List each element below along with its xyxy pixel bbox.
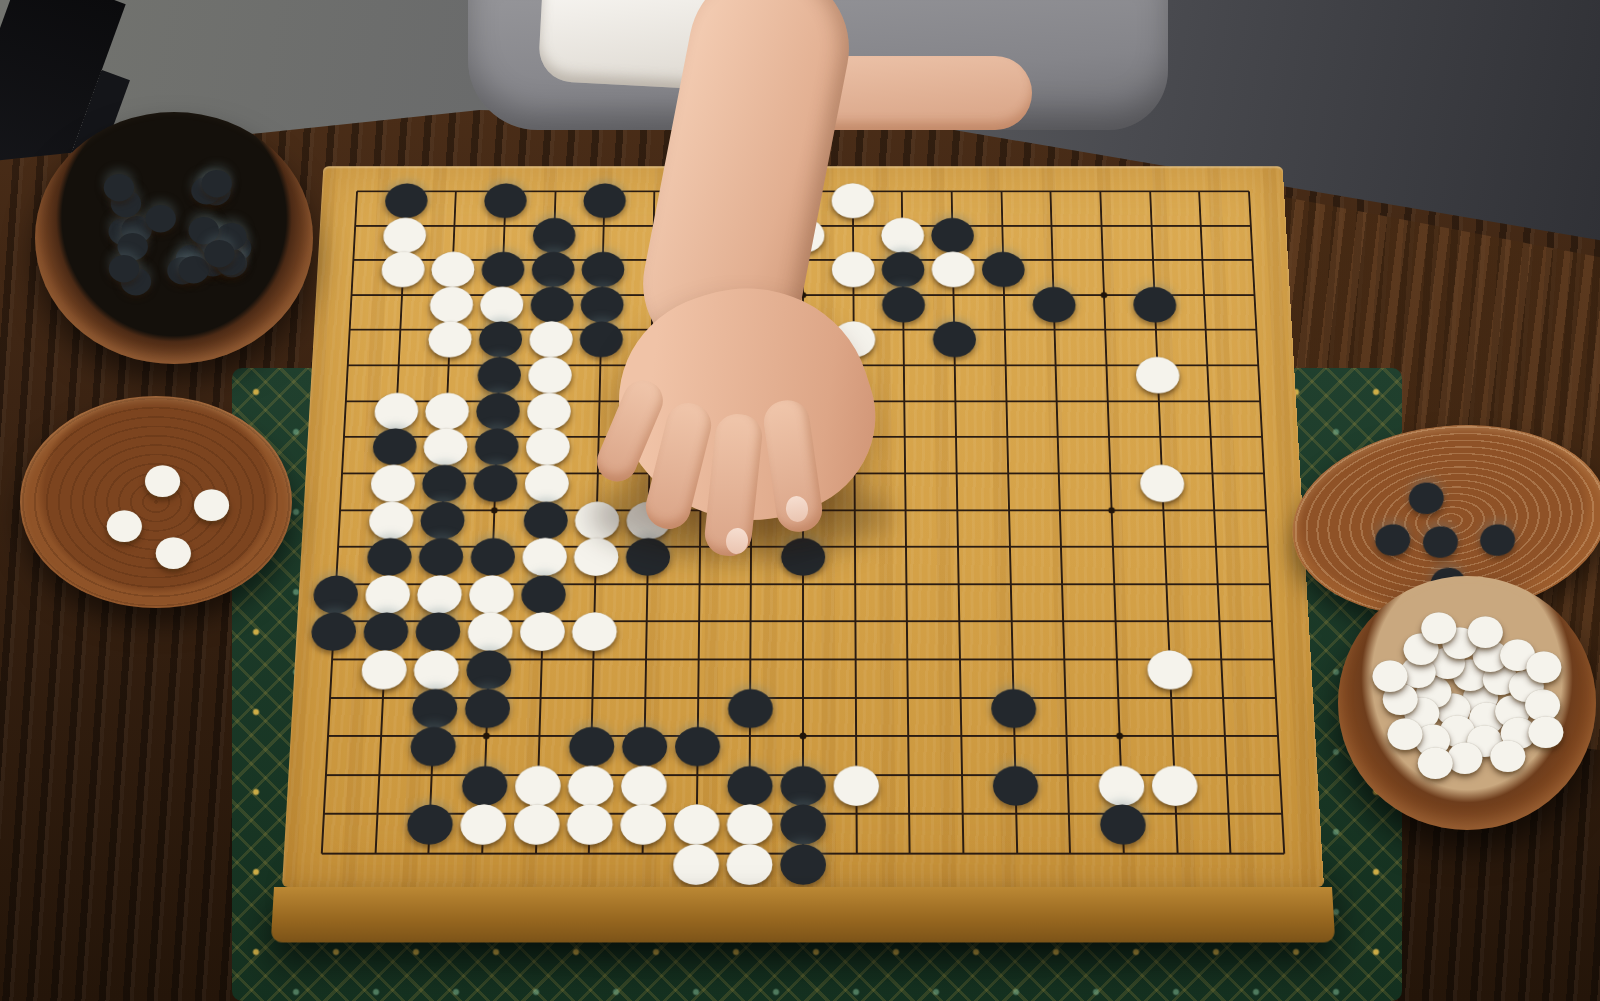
bowl-white-stone: ● — [1524, 643, 1562, 674]
black-stone-3-18: ● — [404, 794, 457, 834]
black-stone-6-16: ● — [566, 716, 618, 755]
white-stone-11-17: ● — [830, 755, 882, 795]
black-stone-6-5: ● — [577, 312, 627, 348]
black-stone-6-1: ● — [580, 174, 629, 209]
bowl-black-stone: ● — [202, 233, 236, 260]
lid-with-captured-white-stones: ●●●● — [20, 396, 292, 608]
star-point — [800, 733, 807, 740]
white-stone-2-9: ● — [367, 455, 418, 492]
bowl-white-stone: ● — [104, 502, 142, 533]
star-point — [491, 507, 498, 513]
white-bowl-stones: ●●●●●●●●●●●●●●●●●●●●●●●●●●●●●● — [1366, 601, 1567, 789]
black-stone-3-16: ● — [407, 716, 460, 755]
black-stone-16-18: ● — [1096, 794, 1149, 834]
black-stone-4-1: ● — [481, 174, 530, 209]
grid-line-v — [1198, 191, 1231, 853]
white-stone-5-13: ● — [517, 602, 569, 640]
white-stone-4-18: ● — [457, 794, 510, 834]
black-stone-2-1: ● — [382, 174, 432, 209]
bowl-black-stone: ● — [199, 162, 233, 189]
black-stone-3-9: ● — [419, 455, 470, 492]
black-stone-3-11: ● — [416, 528, 468, 566]
white-stone-3-14: ● — [411, 640, 463, 679]
black-stone-14-15: ● — [987, 678, 1039, 717]
black-stone-4-9: ● — [470, 455, 521, 492]
black-stone-17-4: ● — [1129, 277, 1179, 313]
white-stone-2-14: ● — [358, 640, 411, 679]
black-stone-10-19: ● — [777, 833, 829, 873]
star-point — [1108, 507, 1115, 513]
grid-line-v — [321, 191, 358, 853]
white-stone-11-1: ● — [828, 174, 876, 209]
white-stone-5-18: ● — [510, 794, 563, 834]
white-stone-17-9: ● — [1136, 455, 1187, 492]
white-stone-17-17: ● — [1148, 755, 1201, 795]
black-stone-8-16: ● — [672, 716, 724, 755]
bowl-black-stone: ● — [107, 248, 141, 275]
black-bowl-stones: ●●●●●●●●●●●●●●●●●●●●●●●● — [74, 147, 274, 318]
bowl-black-stone: ● — [1404, 472, 1445, 506]
bowl-black-stone: ● — [1418, 516, 1459, 550]
white-stone-11-3: ● — [829, 242, 878, 277]
black-stone-12-4: ● — [879, 277, 928, 313]
white-stone-3-5: ● — [425, 312, 475, 348]
white-stone-13-3: ● — [928, 242, 977, 277]
white-stone-17-14: ● — [1143, 640, 1195, 679]
black-stone-13-5: ● — [929, 312, 978, 348]
bowl-black-stone: ● — [1370, 514, 1411, 548]
black-stone-14-17: ● — [989, 755, 1041, 795]
star-point — [1116, 733, 1123, 740]
bowl-white-stone: ● — [191, 480, 229, 511]
bowl-black-stone: ● — [143, 198, 177, 225]
white-stone-5-6: ● — [525, 347, 575, 383]
grid-line-v — [1248, 191, 1285, 853]
go-game-photo: ●●●●●●●●●●●●●●●●●●●●●●●●●●●●●●●●●●●●●●●●… — [0, 0, 1600, 1001]
black-stone-15-4: ● — [1029, 277, 1079, 313]
black-stone-9-15: ● — [725, 678, 776, 717]
bowl-white-stone: ● — [1488, 732, 1526, 763]
white-stone-6-18: ● — [564, 794, 617, 834]
star-point — [1101, 292, 1108, 298]
bowl-white-stone: ● — [1370, 651, 1408, 682]
bowl-of-black-stones: ●●●●●●●●●●●●●●●●●●●●●●●● — [35, 112, 313, 364]
bowl-white-stone: ● — [1415, 739, 1453, 770]
bowl-white-stone: ● — [142, 457, 180, 488]
white-stone-9-19: ● — [723, 833, 775, 873]
black-stone-4-11: ● — [467, 528, 518, 566]
white-stone-17-6: ● — [1132, 347, 1183, 383]
white-stone-6-13: ● — [569, 602, 620, 640]
black-stone-4-6: ● — [474, 347, 524, 383]
black-stone-1-13: ● — [308, 602, 361, 640]
black-stone-4-14: ● — [463, 640, 515, 679]
bowl-black-stone: ● — [1475, 514, 1516, 548]
black-stone-14-3: ● — [978, 242, 1027, 277]
bowl-white-stone: ● — [1419, 603, 1457, 634]
bowl-white-stone: ● — [1465, 607, 1503, 638]
white-stone-5-11: ● — [519, 528, 570, 566]
black-stone-7-16: ● — [619, 716, 671, 755]
white-stone-7-18: ● — [617, 794, 669, 834]
white-stone-8-19: ● — [670, 833, 722, 873]
bowl-white-stone: ● — [153, 529, 191, 560]
bowl-white-stone: ● — [1526, 707, 1564, 738]
bowl-black-stone: ● — [102, 167, 136, 194]
white-stone-5-9: ● — [521, 455, 572, 492]
white-stone-2-3: ● — [378, 242, 428, 277]
black-stone-4-15: ● — [461, 678, 513, 717]
bowl-of-white-stones: ●●●●●●●●●●●●●●●●●●●●●●●●●●●●●● — [1338, 576, 1596, 830]
black-stone-2-11: ● — [364, 528, 416, 566]
